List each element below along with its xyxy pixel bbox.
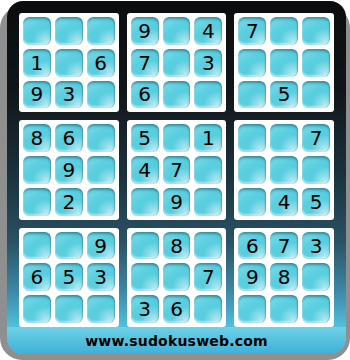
cell-r6-c3[interactable] — [87, 188, 115, 216]
cell-r8-c8[interactable]: 8 — [270, 263, 298, 291]
cell-r3-c8[interactable]: 5 — [270, 81, 298, 109]
cell-r9-c8[interactable] — [270, 295, 298, 323]
box-r2-c1: 8692 — [19, 120, 119, 219]
cell-r6-c1[interactable] — [23, 188, 51, 216]
cell-r4-c9[interactable]: 7 — [302, 124, 330, 152]
cell-r2-c6[interactable]: 3 — [194, 49, 222, 77]
cell-r7-c9[interactable]: 3 — [302, 232, 330, 260]
cell-r5-c5[interactable]: 7 — [163, 156, 191, 184]
cell-r7-c2[interactable] — [55, 232, 83, 260]
cell-r3-c5[interactable] — [163, 81, 191, 109]
cell-r9-c3[interactable] — [87, 295, 115, 323]
footer-bar: www.sudokusweb.com — [7, 327, 346, 354]
sudoku-puzzle-image: 169394736758692514797459653873667398 www… — [0, 0, 350, 360]
cell-r8-c3[interactable]: 3 — [87, 263, 115, 291]
cell-r6-c8[interactable]: 4 — [270, 188, 298, 216]
cell-r5-c1[interactable] — [23, 156, 51, 184]
cell-r2-c9[interactable] — [302, 49, 330, 77]
cell-r2-c4[interactable]: 7 — [131, 49, 159, 77]
cell-r7-c1[interactable] — [23, 232, 51, 260]
site-url: www.sudokusweb.com — [85, 333, 268, 349]
box-r3-c2: 8736 — [127, 228, 227, 327]
cell-r9-c1[interactable] — [23, 295, 51, 323]
board-frame: 169394736758692514797459653873667398 www… — [7, 1, 346, 354]
sudoku-grid: 169394736758692514797459653873667398 — [19, 13, 334, 327]
cell-r6-c7[interactable] — [238, 188, 266, 216]
cell-r5-c3[interactable] — [87, 156, 115, 184]
cell-r3-c3[interactable] — [87, 81, 115, 109]
cell-r6-c2[interactable]: 2 — [55, 188, 83, 216]
cell-r7-c6[interactable] — [194, 232, 222, 260]
cell-r8-c2[interactable]: 5 — [55, 263, 83, 291]
cell-r4-c4[interactable]: 5 — [131, 124, 159, 152]
cell-r3-c6[interactable] — [194, 81, 222, 109]
cell-r5-c9[interactable] — [302, 156, 330, 184]
cell-r8-c7[interactable]: 9 — [238, 263, 266, 291]
cell-r1-c3[interactable] — [87, 17, 115, 45]
cell-r8-c5[interactable] — [163, 263, 191, 291]
cell-r7-c7[interactable]: 6 — [238, 232, 266, 260]
cell-r9-c9[interactable] — [302, 295, 330, 323]
cell-r4-c6[interactable]: 1 — [194, 124, 222, 152]
cell-r1-c7[interactable]: 7 — [238, 17, 266, 45]
cell-r2-c1[interactable]: 1 — [23, 49, 51, 77]
cell-r9-c4[interactable]: 3 — [131, 295, 159, 323]
cell-r5-c2[interactable]: 9 — [55, 156, 83, 184]
box-r3-c3: 67398 — [234, 228, 334, 327]
cell-r4-c7[interactable] — [238, 124, 266, 152]
cell-r8-c6[interactable]: 7 — [194, 263, 222, 291]
cell-r9-c6[interactable] — [194, 295, 222, 323]
box-r2-c3: 745 — [234, 120, 334, 219]
cell-r4-c2[interactable]: 6 — [55, 124, 83, 152]
cell-r7-c4[interactable] — [131, 232, 159, 260]
cell-r5-c4[interactable]: 4 — [131, 156, 159, 184]
cell-r2-c5[interactable] — [163, 49, 191, 77]
cell-r5-c6[interactable] — [194, 156, 222, 184]
cell-r1-c2[interactable] — [55, 17, 83, 45]
cell-r4-c5[interactable] — [163, 124, 191, 152]
cell-r8-c4[interactable] — [131, 263, 159, 291]
cell-r8-c1[interactable]: 6 — [23, 263, 51, 291]
cell-r2-c8[interactable] — [270, 49, 298, 77]
cell-r3-c9[interactable] — [302, 81, 330, 109]
cell-r4-c8[interactable] — [270, 124, 298, 152]
box-r1-c3: 75 — [234, 13, 334, 112]
cell-r6-c4[interactable] — [131, 188, 159, 216]
cell-r4-c1[interactable]: 8 — [23, 124, 51, 152]
cell-r2-c7[interactable] — [238, 49, 266, 77]
cell-r9-c2[interactable] — [55, 295, 83, 323]
cell-r5-c8[interactable] — [270, 156, 298, 184]
cell-r2-c3[interactable]: 6 — [87, 49, 115, 77]
cell-r2-c2[interactable] — [55, 49, 83, 77]
cell-r6-c9[interactable]: 5 — [302, 188, 330, 216]
cell-r1-c9[interactable] — [302, 17, 330, 45]
cell-r7-c8[interactable]: 7 — [270, 232, 298, 260]
cell-r4-c3[interactable] — [87, 124, 115, 152]
cell-r7-c5[interactable]: 8 — [163, 232, 191, 260]
cell-r1-c1[interactable] — [23, 17, 51, 45]
cell-r1-c5[interactable] — [163, 17, 191, 45]
cell-r3-c7[interactable] — [238, 81, 266, 109]
cell-r9-c7[interactable] — [238, 295, 266, 323]
cell-r3-c2[interactable]: 3 — [55, 81, 83, 109]
cell-r6-c6[interactable] — [194, 188, 222, 216]
cell-r7-c3[interactable]: 9 — [87, 232, 115, 260]
cell-r1-c6[interactable]: 4 — [194, 17, 222, 45]
cell-r9-c5[interactable]: 6 — [163, 295, 191, 323]
box-r1-c2: 94736 — [127, 13, 227, 112]
box-r3-c1: 9653 — [19, 228, 119, 327]
box-r1-c1: 1693 — [19, 13, 119, 112]
box-r2-c2: 51479 — [127, 120, 227, 219]
cell-r6-c5[interactable]: 9 — [163, 188, 191, 216]
cell-r1-c4[interactable]: 9 — [131, 17, 159, 45]
cell-r3-c1[interactable]: 9 — [23, 81, 51, 109]
cell-r3-c4[interactable]: 6 — [131, 81, 159, 109]
cell-r8-c9[interactable] — [302, 263, 330, 291]
cell-r5-c7[interactable] — [238, 156, 266, 184]
cell-r1-c8[interactable] — [270, 17, 298, 45]
